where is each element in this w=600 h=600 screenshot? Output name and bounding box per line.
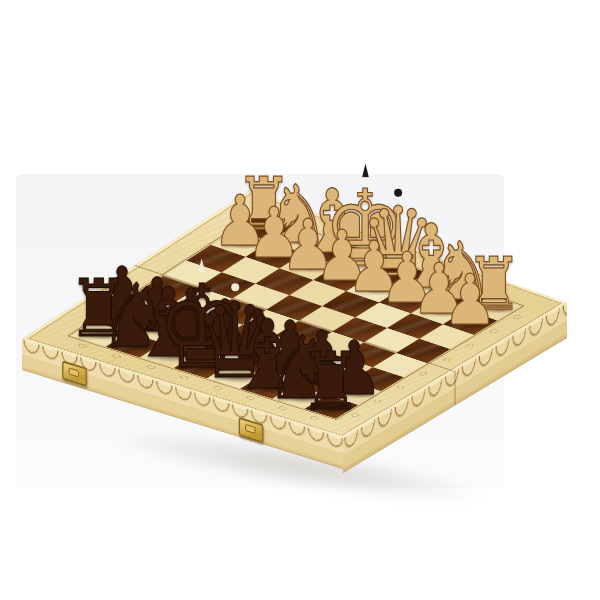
frame-motif bbox=[395, 385, 405, 390]
frame-motif bbox=[277, 406, 288, 411]
frame-motif bbox=[441, 357, 452, 362]
frame-motif bbox=[179, 375, 190, 380]
frame-motif bbox=[512, 314, 523, 319]
frame-motif bbox=[465, 343, 476, 348]
frame-motif bbox=[418, 371, 429, 376]
frame-motif bbox=[372, 399, 382, 404]
fold-seam-edge bbox=[454, 370, 455, 405]
frame-motif bbox=[145, 365, 156, 370]
clasp-latch-1 bbox=[62, 360, 87, 387]
frame-motif bbox=[309, 416, 320, 421]
frame-motif bbox=[111, 354, 123, 359]
frame-motif bbox=[488, 329, 499, 334]
product-photo: ♜♞♟♝♟♚♟♛♟♝♟♞♟♜♟♟♟♟♜♟♞♟♝♟♚♟♛♟♝♟♞♜ bbox=[0, 0, 600, 600]
frame-motif bbox=[76, 343, 88, 348]
frame-motif bbox=[245, 396, 256, 401]
frame-motif bbox=[212, 385, 223, 390]
frame-motif bbox=[350, 413, 360, 418]
